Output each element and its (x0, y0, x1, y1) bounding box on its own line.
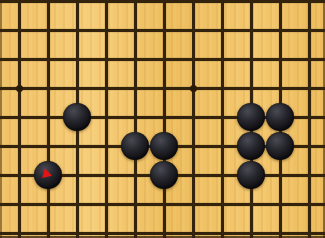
go-board[interactable] (0, 0, 325, 238)
black-stone (266, 103, 294, 131)
black-stone (121, 132, 149, 160)
grid-line-horizontal (0, 232, 325, 235)
black-stone (237, 103, 265, 131)
black-stone (150, 161, 178, 189)
black-stone (63, 103, 91, 131)
grid-line-horizontal (0, 58, 325, 61)
black-stone (34, 161, 62, 189)
grid-line-horizontal (0, 203, 325, 206)
grid-line-horizontal (0, 87, 325, 90)
black-stone (150, 132, 178, 160)
black-stone (237, 161, 265, 189)
black-stone (266, 132, 294, 160)
star-point (190, 85, 197, 92)
black-stone (237, 132, 265, 160)
star-point (16, 85, 23, 92)
grid-line-horizontal (0, 0, 325, 3)
last-move-marker-icon (40, 167, 52, 178)
grid-line-horizontal (0, 29, 325, 32)
